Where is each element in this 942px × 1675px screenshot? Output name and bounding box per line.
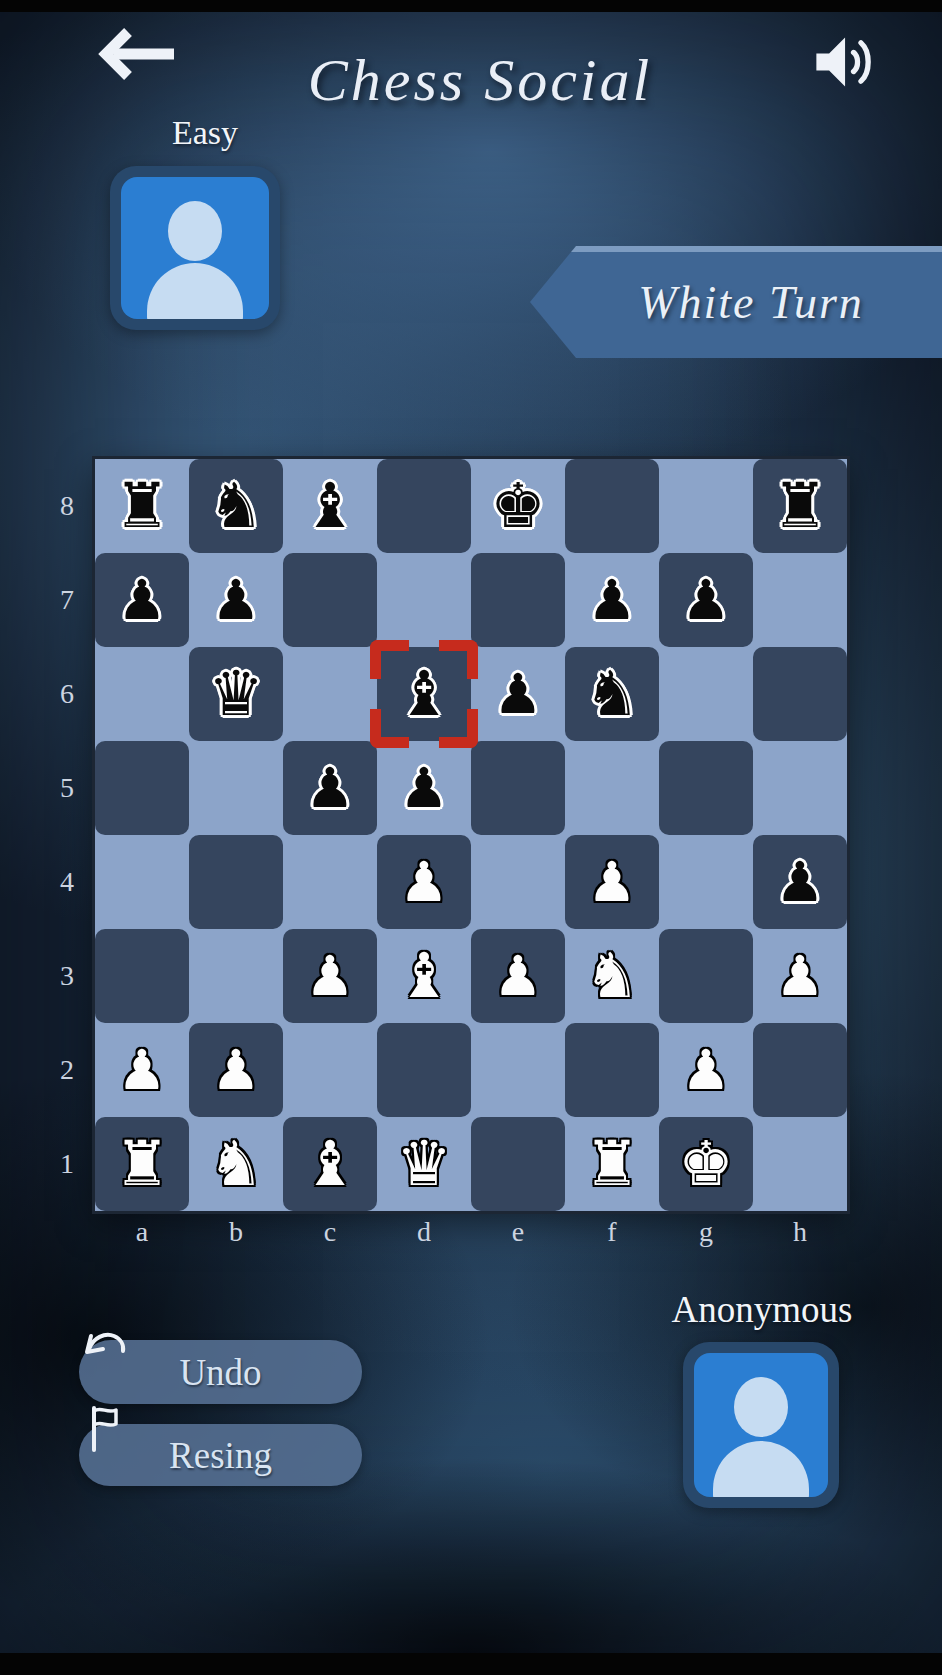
square-b2[interactable]: ♟ [189, 1023, 283, 1117]
square-g4[interactable] [659, 835, 753, 929]
back-button[interactable] [96, 26, 180, 82]
square-f3[interactable]: ♞ [565, 929, 659, 1023]
square-e8[interactable]: ♚ [471, 459, 565, 553]
player-avatar[interactable] [683, 1342, 839, 1508]
piece-white-king[interactable]: ♚ [678, 1133, 734, 1195]
square-f7[interactable]: ♟ [565, 553, 659, 647]
square-d6[interactable]: ♝ [377, 647, 471, 741]
square-a2[interactable]: ♟ [95, 1023, 189, 1117]
square-d5[interactable]: ♟ [377, 741, 471, 835]
square-f1[interactable]: ♜ [565, 1117, 659, 1211]
piece-black-pawn[interactable]: ♟ [681, 573, 730, 628]
file-label-e: e [471, 1216, 565, 1248]
piece-black-knight[interactable]: ♞ [584, 663, 640, 725]
square-h3[interactable]: ♟ [753, 929, 847, 1023]
piece-white-pawn[interactable]: ♟ [587, 855, 636, 910]
square-b6[interactable]: ♛ [189, 647, 283, 741]
square-c4[interactable] [283, 835, 377, 929]
square-h6[interactable] [753, 647, 847, 741]
square-b4[interactable] [189, 835, 283, 929]
piece-black-rook[interactable]: ♜ [114, 475, 170, 537]
top-black-bar [0, 0, 942, 12]
piece-black-bishop[interactable]: ♝ [302, 475, 358, 537]
square-b1[interactable]: ♞ [189, 1117, 283, 1211]
square-e7[interactable] [471, 553, 565, 647]
piece-white-pawn[interactable]: ♟ [681, 1043, 730, 1098]
rank-label-2: 2 [50, 1023, 84, 1117]
piece-white-rook[interactable]: ♜ [584, 1133, 640, 1195]
resign-label: Resing [169, 1435, 272, 1476]
square-a6[interactable] [95, 647, 189, 741]
square-g6[interactable] [659, 647, 753, 741]
square-a7[interactable]: ♟ [95, 553, 189, 647]
page-title: Chess Social [230, 30, 730, 130]
square-h8[interactable]: ♜ [753, 459, 847, 553]
piece-white-pawn[interactable]: ♟ [775, 949, 824, 1004]
turn-banner: White Turn [530, 246, 942, 358]
square-h1[interactable] [753, 1117, 847, 1211]
square-h2[interactable] [753, 1023, 847, 1117]
chess-board: ♜♞♝♚♜♟♟♟♟♛♝♟♞♟♟♟♟♟♟♝♟♞♟♟♟♟♜♞♝♛♜♚ [95, 459, 847, 1211]
square-h4[interactable]: ♟ [753, 835, 847, 929]
square-d3[interactable]: ♝ [377, 929, 471, 1023]
flag-icon [86, 1404, 128, 1454]
square-h5[interactable] [753, 741, 847, 835]
piece-white-pawn[interactable]: ♟ [493, 949, 542, 1004]
square-e4[interactable] [471, 835, 565, 929]
square-f8[interactable] [565, 459, 659, 553]
square-a4[interactable] [95, 835, 189, 929]
bottom-black-bar [0, 1653, 942, 1675]
opponent-avatar[interactable] [110, 166, 280, 330]
square-f4[interactable]: ♟ [565, 835, 659, 929]
piece-white-rook[interactable]: ♜ [114, 1133, 170, 1195]
piece-black-rook[interactable]: ♜ [772, 475, 828, 537]
rank-labels: 87654321 [50, 459, 84, 1211]
piece-black-queen[interactable]: ♛ [208, 663, 264, 725]
square-g7[interactable]: ♟ [659, 553, 753, 647]
file-label-b: b [189, 1216, 283, 1248]
file-label-f: f [565, 1216, 659, 1248]
square-g1[interactable]: ♚ [659, 1117, 753, 1211]
piece-white-pawn[interactable]: ♟ [211, 1043, 260, 1098]
rank-label-5: 5 [50, 741, 84, 835]
square-b5[interactable] [189, 741, 283, 835]
square-a8[interactable]: ♜ [95, 459, 189, 553]
square-c1[interactable]: ♝ [283, 1117, 377, 1211]
app-screen: Chess Social Easy White Turn ♜♞♝♚♜♟♟♟♟♛♝… [0, 0, 942, 1675]
square-a3[interactable] [95, 929, 189, 1023]
undo-icon [84, 1326, 132, 1368]
square-f2[interactable] [565, 1023, 659, 1117]
square-a5[interactable] [95, 741, 189, 835]
square-b8[interactable]: ♞ [189, 459, 283, 553]
square-e6[interactable]: ♟ [471, 647, 565, 741]
square-d1[interactable]: ♛ [377, 1117, 471, 1211]
square-c8[interactable]: ♝ [283, 459, 377, 553]
rank-label-6: 6 [50, 647, 84, 741]
square-e3[interactable]: ♟ [471, 929, 565, 1023]
square-f6[interactable]: ♞ [565, 647, 659, 741]
piece-black-king[interactable]: ♚ [490, 475, 546, 537]
square-c3[interactable]: ♟ [283, 929, 377, 1023]
piece-white-queen[interactable]: ♛ [396, 1133, 452, 1195]
square-b7[interactable]: ♟ [189, 553, 283, 647]
rank-label-7: 7 [50, 553, 84, 647]
square-e5[interactable] [471, 741, 565, 835]
piece-black-pawn[interactable]: ♟ [211, 573, 260, 628]
square-g8[interactable] [659, 459, 753, 553]
file-labels: abcdefgh [95, 1216, 847, 1248]
piece-black-pawn[interactable]: ♟ [587, 573, 636, 628]
square-d4[interactable]: ♟ [377, 835, 471, 929]
sound-button[interactable] [810, 26, 878, 98]
person-icon [121, 177, 269, 319]
piece-white-pawn[interactable]: ♟ [117, 1043, 166, 1098]
speaker-icon [810, 26, 878, 98]
square-g2[interactable]: ♟ [659, 1023, 753, 1117]
piece-white-bishop[interactable]: ♝ [396, 945, 452, 1007]
rank-label-8: 8 [50, 459, 84, 553]
piece-black-pawn[interactable]: ♟ [775, 855, 824, 910]
piece-black-pawn[interactable]: ♟ [117, 573, 166, 628]
square-d7[interactable] [377, 553, 471, 647]
piece-black-pawn[interactable]: ♟ [305, 761, 354, 816]
square-d2[interactable] [377, 1023, 471, 1117]
difficulty-label: Easy [140, 112, 270, 154]
piece-white-pawn[interactable]: ♟ [399, 855, 448, 910]
piece-white-pawn[interactable]: ♟ [305, 949, 354, 1004]
square-d8[interactable] [377, 459, 471, 553]
rank-label-4: 4 [50, 835, 84, 929]
square-e1[interactable] [471, 1117, 565, 1211]
square-a1[interactable]: ♜ [95, 1117, 189, 1211]
turn-banner-label: White Turn [608, 276, 864, 329]
piece-black-bishop[interactable]: ♝ [396, 663, 452, 725]
piece-black-pawn[interactable]: ♟ [399, 761, 448, 816]
piece-white-bishop[interactable]: ♝ [302, 1133, 358, 1195]
square-c7[interactable] [283, 553, 377, 647]
player-name: Anonymous [622, 1288, 902, 1331]
file-label-g: g [659, 1216, 753, 1248]
person-icon [694, 1353, 828, 1497]
file-label-d: d [377, 1216, 471, 1248]
undo-label: Undo [179, 1352, 261, 1393]
square-c5[interactable]: ♟ [283, 741, 377, 835]
rank-label-1: 1 [50, 1117, 84, 1211]
rank-label-3: 3 [50, 929, 84, 1023]
square-g3[interactable] [659, 929, 753, 1023]
piece-black-pawn[interactable]: ♟ [493, 667, 542, 722]
arrow-left-icon [96, 26, 180, 82]
piece-black-knight[interactable]: ♞ [208, 475, 264, 537]
square-g5[interactable] [659, 741, 753, 835]
square-c6[interactable] [283, 647, 377, 741]
piece-white-knight[interactable]: ♞ [208, 1133, 264, 1195]
square-e2[interactable] [471, 1023, 565, 1117]
piece-white-knight[interactable]: ♞ [584, 945, 640, 1007]
square-f5[interactable] [565, 741, 659, 835]
square-b3[interactable] [189, 929, 283, 1023]
file-label-a: a [95, 1216, 189, 1248]
square-h7[interactable] [753, 553, 847, 647]
file-label-h: h [753, 1216, 847, 1248]
square-c2[interactable] [283, 1023, 377, 1117]
file-label-c: c [283, 1216, 377, 1248]
